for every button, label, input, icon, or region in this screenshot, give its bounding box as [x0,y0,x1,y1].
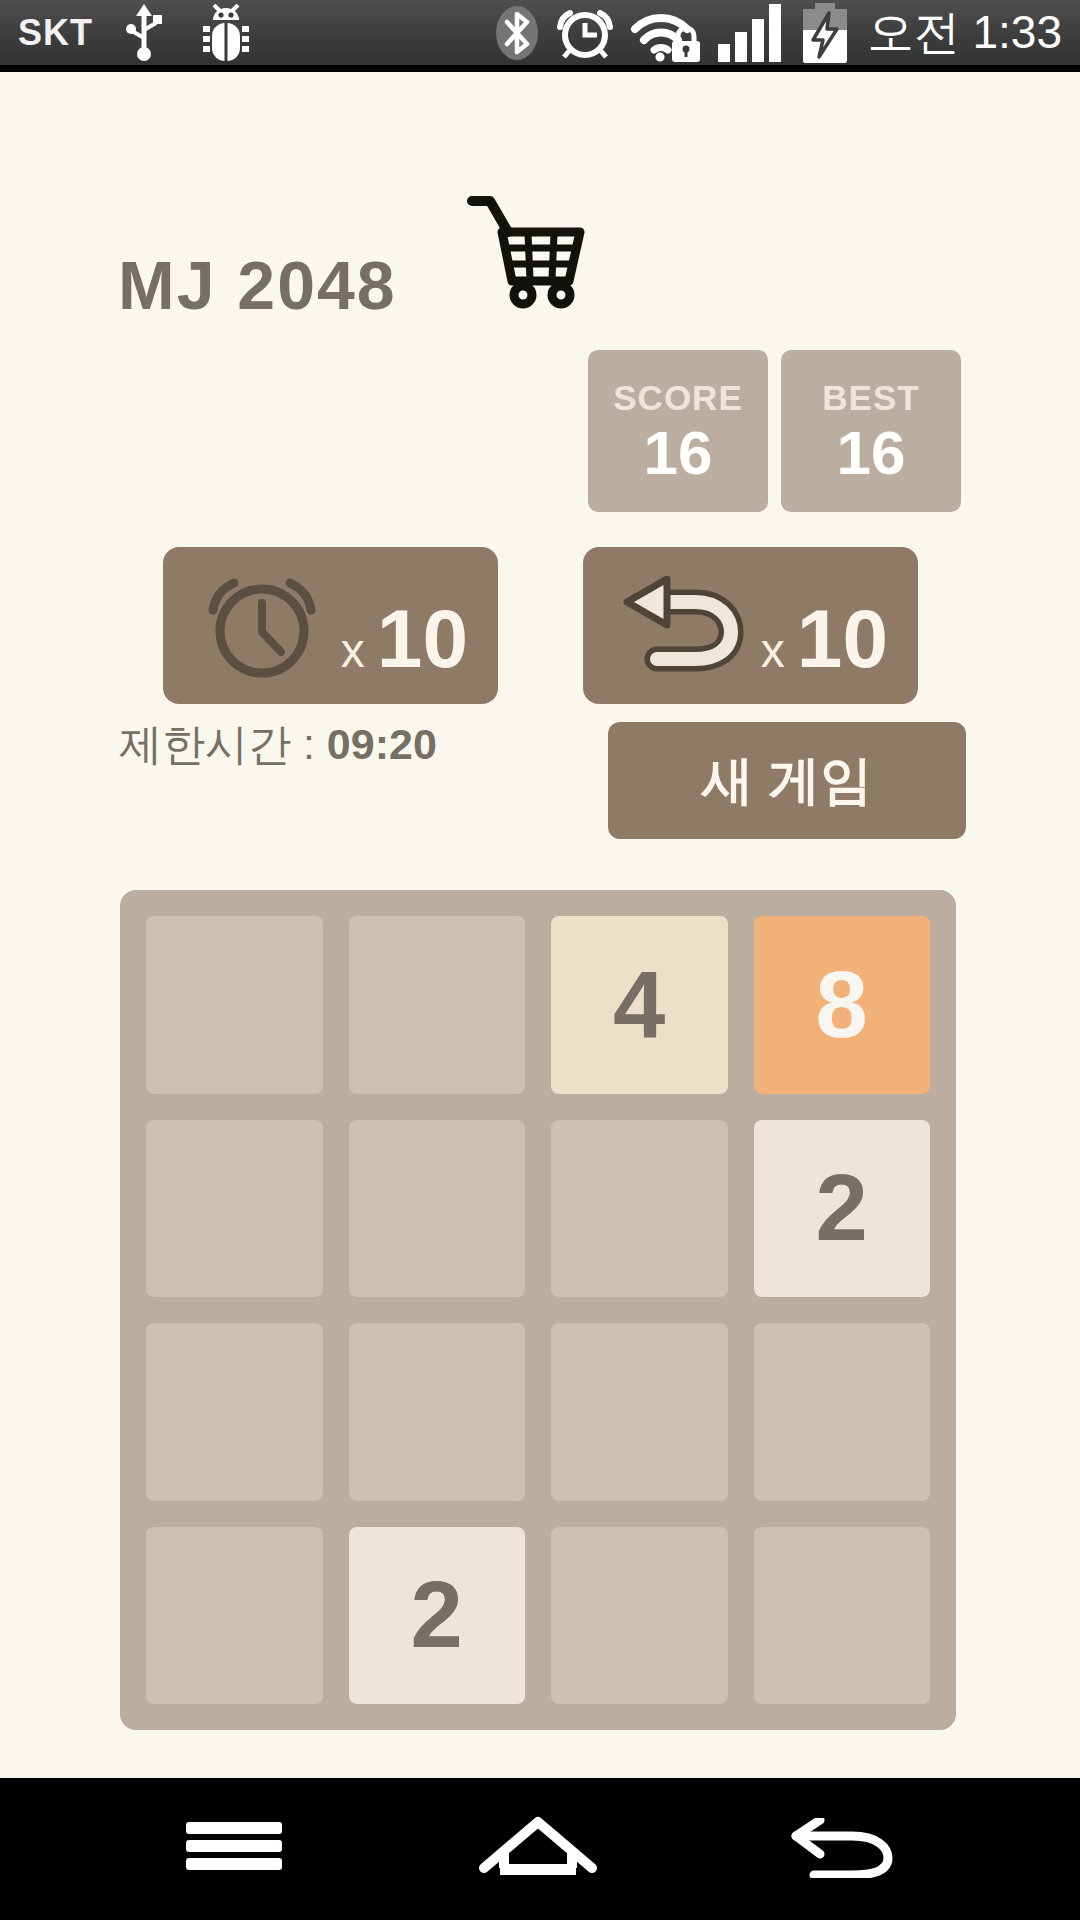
score-box: SCORE 16 [588,350,768,512]
bluetooth-icon [494,4,540,62]
empty-cell [551,1323,728,1501]
carrier-label: SKT [18,12,93,54]
page-title: MJ 2048 [118,246,397,324]
time-limit: 제한시간 : 09:20 [119,716,437,774]
time-limit-label: 제한시간 : [119,720,327,768]
shopping-cart-icon[interactable] [462,184,604,310]
usb-icon [123,4,165,62]
home-icon[interactable] [476,1816,600,1881]
alarm-icon [556,4,614,62]
best-value: 16 [837,422,906,484]
status-bar-right: 오전 1:33 [494,2,1062,64]
empty-cell [146,1527,323,1705]
game-board[interactable]: 4822 [120,890,956,1730]
tile-2: 2 [349,1527,526,1705]
empty-cell [349,1323,526,1501]
empty-cell [146,916,323,1094]
empty-cell [754,1323,931,1501]
empty-cell [349,1120,526,1298]
score-value: 16 [644,422,713,484]
empty-cell [146,1120,323,1298]
wifi-lock-icon [630,4,702,62]
empty-cell [551,1120,728,1298]
tile-4: 4 [551,916,728,1094]
status-bar-left: SKT [18,4,257,62]
alarm-clock-icon [201,566,323,686]
debug-icon [195,4,257,62]
empty-cell [349,916,526,1094]
best-label: BEST [822,378,919,418]
menu-icon[interactable] [186,1822,282,1873]
nav-bar [0,1778,1080,1920]
status-bar: SKT [0,0,1080,72]
signal-strength-icon [718,4,782,62]
back-icon[interactable] [786,1818,900,1881]
phone-screen: SKT [0,0,1080,1920]
time-boost-count: x 10 [341,598,468,680]
tile-2: 2 [754,1120,931,1298]
empty-cell [146,1323,323,1501]
empty-cell [551,1527,728,1705]
time-limit-value: 09:20 [327,720,437,768]
tile-8: 8 [754,916,931,1094]
best-box: BEST 16 [781,350,961,512]
undo-icon [621,576,749,676]
new-game-button[interactable]: 새 게임 [608,722,966,839]
empty-cell [754,1527,931,1705]
undo-boost-button[interactable]: x 10 [583,547,918,704]
time-boost-button[interactable]: x 10 [163,547,498,704]
status-time: 오전 1:33 [868,2,1062,64]
score-label: SCORE [613,378,742,418]
battery-charging-icon [798,3,852,63]
undo-boost-count: x 10 [761,598,888,680]
